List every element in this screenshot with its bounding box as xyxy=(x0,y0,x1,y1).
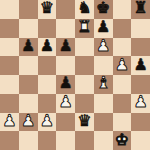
square-b3[interactable] xyxy=(19,94,38,113)
square-a4[interactable] xyxy=(0,75,19,94)
square-f6[interactable]: ♟ xyxy=(94,38,113,57)
square-c7[interactable] xyxy=(38,19,57,38)
square-f2[interactable] xyxy=(94,113,113,132)
square-h5[interactable]: ♟ xyxy=(131,56,150,75)
square-e1[interactable] xyxy=(75,131,94,150)
piece-white-pawn: ♟ xyxy=(133,94,147,110)
piece-black-pawn: ♟ xyxy=(133,57,147,73)
square-g8[interactable] xyxy=(113,0,132,19)
square-d5[interactable] xyxy=(56,56,75,75)
square-e2[interactable]: ♛ xyxy=(75,113,94,132)
square-c2[interactable]: ♟ xyxy=(38,113,57,132)
piece-white-pawn: ♟ xyxy=(96,38,110,54)
piece-black-pawn: ♟ xyxy=(58,75,72,91)
square-b6[interactable]: ♟ xyxy=(19,38,38,57)
piece-black-pawn: ♟ xyxy=(96,19,110,35)
square-f1[interactable] xyxy=(94,131,113,150)
square-f8[interactable]: ♚ xyxy=(94,0,113,19)
square-c5[interactable] xyxy=(38,56,57,75)
square-e6[interactable] xyxy=(75,38,94,57)
square-c4[interactable] xyxy=(38,75,57,94)
piece-white-bishop: ♝ xyxy=(96,75,110,91)
square-d4[interactable]: ♟ xyxy=(56,75,75,94)
square-d8[interactable] xyxy=(56,0,75,19)
piece-white-pawn: ♟ xyxy=(115,57,129,73)
piece-white-pawn: ♟ xyxy=(2,113,16,129)
square-g7[interactable] xyxy=(113,19,132,38)
piece-black-pawn: ♟ xyxy=(21,38,35,54)
square-e3[interactable] xyxy=(75,94,94,113)
square-c1[interactable] xyxy=(38,131,57,150)
square-g5[interactable]: ♟ xyxy=(113,56,132,75)
square-d1[interactable] xyxy=(56,131,75,150)
square-b7[interactable] xyxy=(19,19,38,38)
square-g1[interactable]: ♚ xyxy=(113,131,132,150)
piece-black-pawn: ♟ xyxy=(40,38,54,54)
square-b1[interactable] xyxy=(19,131,38,150)
square-c6[interactable]: ♟ xyxy=(38,38,57,57)
square-f4[interactable]: ♝ xyxy=(94,75,113,94)
square-a7[interactable] xyxy=(0,19,19,38)
square-g4[interactable] xyxy=(113,75,132,94)
square-a3[interactable] xyxy=(0,94,19,113)
square-a2[interactable]: ♟ xyxy=(0,113,19,132)
square-h4[interactable] xyxy=(131,75,150,94)
square-e5[interactable] xyxy=(75,56,94,75)
piece-black-queen: ♛ xyxy=(77,113,91,129)
piece-white-pawn: ♟ xyxy=(40,113,54,129)
piece-black-rook: ♜ xyxy=(133,0,147,16)
square-e8[interactable]: ♞ xyxy=(75,0,94,19)
square-a8[interactable] xyxy=(0,0,19,19)
square-h8[interactable]: ♜ xyxy=(131,0,150,19)
square-f3[interactable] xyxy=(94,94,113,113)
piece-black-king: ♚ xyxy=(96,0,110,16)
square-d2[interactable] xyxy=(56,113,75,132)
piece-white-rook: ♜ xyxy=(77,19,91,35)
square-f5[interactable] xyxy=(94,56,113,75)
square-a6[interactable] xyxy=(0,38,19,57)
square-b5[interactable] xyxy=(19,56,38,75)
piece-black-knight: ♞ xyxy=(77,0,91,16)
square-g6[interactable] xyxy=(113,38,132,57)
square-f7[interactable]: ♟ xyxy=(94,19,113,38)
piece-white-pawn: ♟ xyxy=(58,94,72,110)
square-h3[interactable]: ♟ xyxy=(131,94,150,113)
square-h1[interactable] xyxy=(131,131,150,150)
piece-white-pawn: ♟ xyxy=(21,113,35,129)
square-h7[interactable] xyxy=(131,19,150,38)
square-d7[interactable] xyxy=(56,19,75,38)
square-b4[interactable] xyxy=(19,75,38,94)
square-b8[interactable] xyxy=(19,0,38,19)
square-h6[interactable] xyxy=(131,38,150,57)
piece-white-king: ♚ xyxy=(115,132,129,148)
square-e7[interactable]: ♜ xyxy=(75,19,94,38)
piece-black-pawn: ♟ xyxy=(58,38,72,54)
square-g3[interactable] xyxy=(113,94,132,113)
square-h2[interactable] xyxy=(131,113,150,132)
chess-board: ♛♞♚♜♜♟♟♟♟♟♟♟♟♝♟♟♟♟♟♛♚ xyxy=(0,0,150,150)
square-c8[interactable]: ♛ xyxy=(38,0,57,19)
square-d6[interactable]: ♟ xyxy=(56,38,75,57)
square-d3[interactable]: ♟ xyxy=(56,94,75,113)
square-b2[interactable]: ♟ xyxy=(19,113,38,132)
square-a1[interactable] xyxy=(0,131,19,150)
square-g2[interactable] xyxy=(113,113,132,132)
square-c3[interactable] xyxy=(38,94,57,113)
piece-black-queen: ♛ xyxy=(40,0,54,16)
square-a5[interactable] xyxy=(0,56,19,75)
square-e4[interactable] xyxy=(75,75,94,94)
